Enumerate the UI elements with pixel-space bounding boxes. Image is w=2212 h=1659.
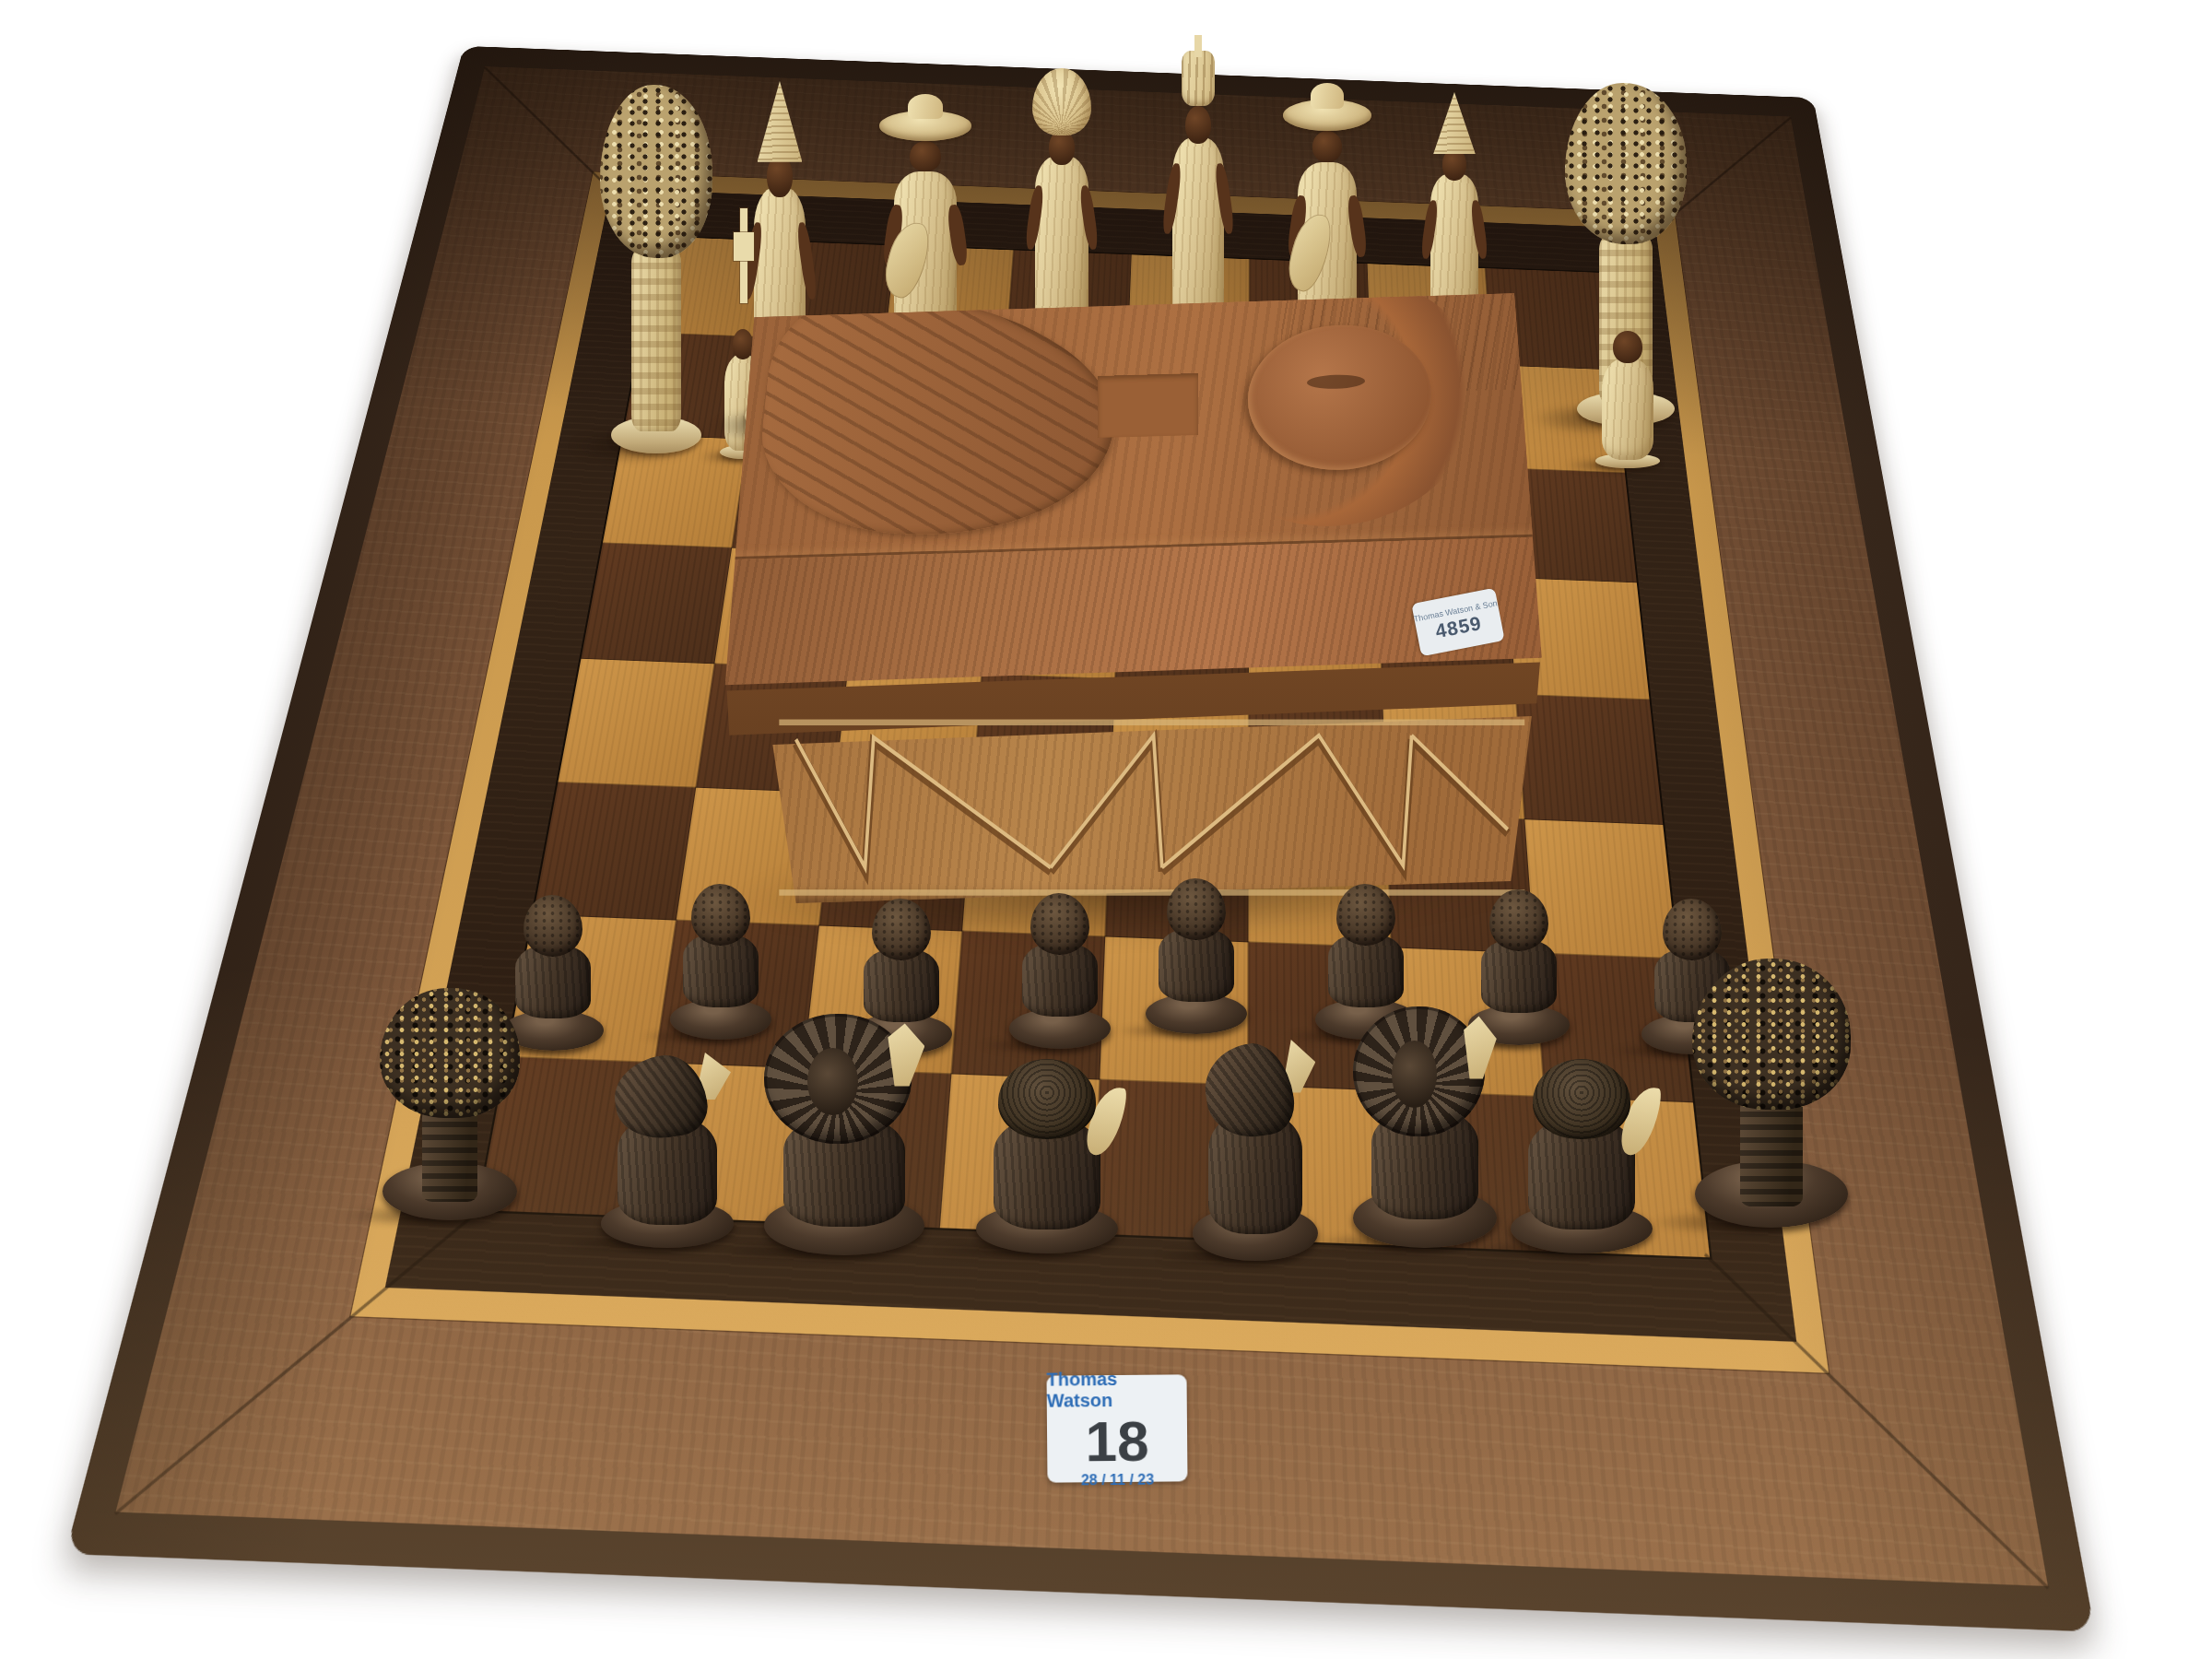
board-square-c1 <box>786 1068 952 1228</box>
board-square-h2 <box>1535 953 1693 1102</box>
board-square-a3 <box>534 782 697 921</box>
board-square-a4 <box>558 659 714 788</box>
board-square-b1 <box>632 1063 804 1222</box>
auction-lot-label: Thomas Watson 18 28 / 11 / 23 <box>1046 1374 1187 1482</box>
bust-carving-shoulders <box>753 284 1126 550</box>
carved-box: Thomas Watson & Son 4859 <box>714 269 1548 903</box>
board-square-g1 <box>1396 1091 1556 1252</box>
board-square-a2 <box>507 915 677 1063</box>
box-lid-carved-panel <box>714 257 1548 559</box>
auction-date: 28 / 11 / 23 <box>1081 1472 1154 1489</box>
bust-carving-neck <box>1098 373 1198 438</box>
board-square-e1 <box>1094 1080 1248 1240</box>
board-square-f1 <box>1248 1086 1402 1246</box>
board-square-h1 <box>1545 1097 1710 1257</box>
board-square-d1 <box>940 1074 1100 1233</box>
photo-stage: Thomas Watson & Son 4859 Thomas Watson 1… <box>0 0 2212 1659</box>
board-square-a5 <box>581 543 732 664</box>
box-zigzag-carving <box>772 713 1532 903</box>
board-square-f2 <box>1248 942 1396 1091</box>
light-king-spike <box>1194 35 1201 57</box>
board-square-g2 <box>1392 947 1545 1097</box>
lot-number: 18 <box>1085 1413 1149 1471</box>
board-square-a1 <box>478 1057 655 1217</box>
board-square-e2 <box>1100 936 1248 1085</box>
auction-house-name: Thomas Watson <box>1046 1368 1186 1411</box>
board-square-d2 <box>951 931 1105 1079</box>
